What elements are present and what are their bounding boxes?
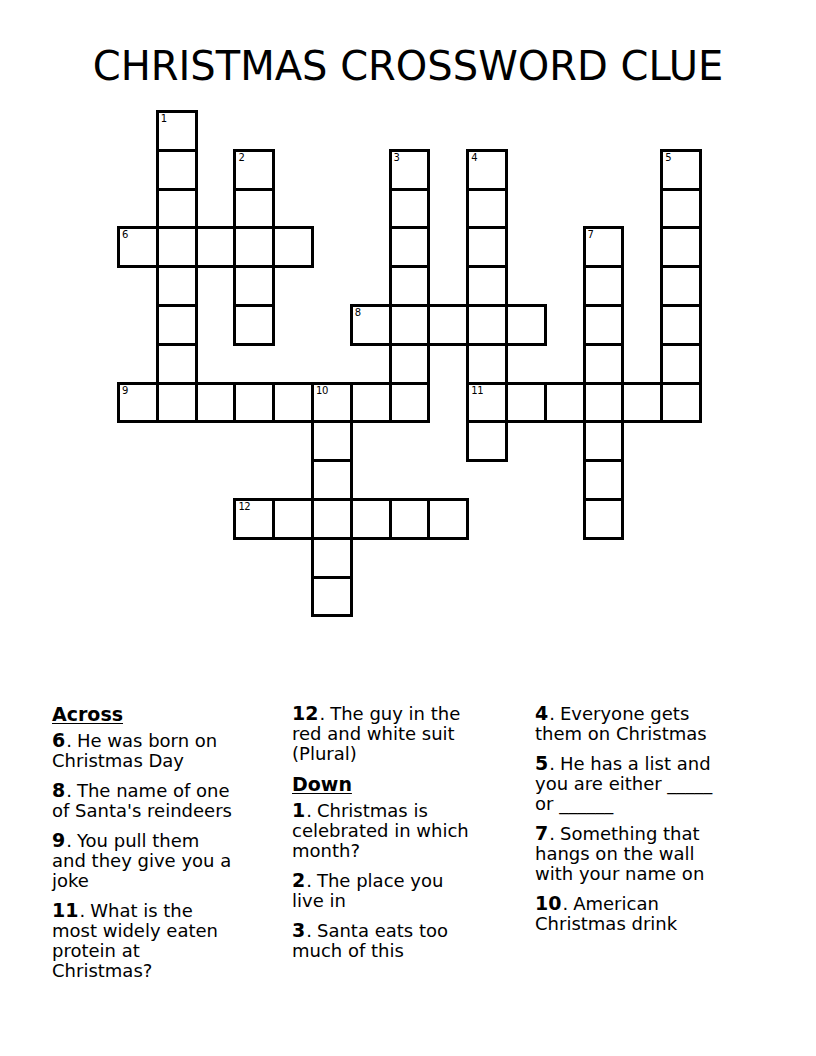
grid-cell-r4c14[interactable] <box>660 265 702 307</box>
clue-number-suffix: . <box>306 800 312 821</box>
grid-cell-r8c9[interactable] <box>466 420 508 462</box>
grid-cell-r3c3[interactable] <box>233 226 275 268</box>
cell-number-1: 1 <box>161 113 167 124</box>
crossword-grid: 123456789101112 <box>117 110 702 618</box>
clue-number: 5 <box>535 752 548 774</box>
clue-number-suffix: . <box>306 870 312 891</box>
grid-cell-r7c3[interactable] <box>233 382 275 424</box>
grid-cell-r7c7[interactable] <box>389 382 431 424</box>
clue-number-suffix: . <box>319 703 325 724</box>
grid-cell-r12c5[interactable] <box>311 576 353 618</box>
clue-text: The name of one of Santa's reindeers <box>52 780 232 821</box>
clue-number-suffix: . <box>549 823 555 844</box>
clue-text: He has a list and you are either _____ o… <box>535 753 712 814</box>
grid-cell-r10c5[interactable] <box>311 498 353 540</box>
clue-across-11: 11.What is the most widely eaten protein… <box>52 900 237 981</box>
clues-section: Across6.He was born on Christmas Day8.Th… <box>0 703 816 963</box>
clue-across-8: 8.The name of one of Santa's reindeers <box>52 780 237 821</box>
grid-cell-r10c12[interactable] <box>583 498 625 540</box>
clue-down-5: 5.He has a list and you are either _____… <box>535 753 720 814</box>
grid-cell-r7c2[interactable] <box>195 382 237 424</box>
grid-cell-r8c12[interactable] <box>583 420 625 462</box>
clue-down-3: 3.Santa eats too much of this <box>292 920 477 961</box>
cell-number-11: 11 <box>471 385 483 396</box>
clue-number-suffix: . <box>306 920 312 941</box>
grid-cell-r10c4[interactable] <box>272 498 314 540</box>
grid-cell-r7c4[interactable] <box>272 382 314 424</box>
grid-cell-r3c2[interactable] <box>195 226 237 268</box>
clue-number: 11 <box>52 899 78 921</box>
clue-number-suffix: . <box>549 753 555 774</box>
grid-cell-r7c13[interactable] <box>621 382 663 424</box>
grid-cell-r5c6[interactable]: 8 <box>350 304 392 346</box>
grid-cell-r10c3[interactable]: 12 <box>233 498 275 540</box>
clue-down-2: 2.The place you live in <box>292 870 477 911</box>
clue-text: Everyone gets them on Christmas <box>535 703 707 744</box>
grid-cell-r6c7[interactable] <box>389 343 431 385</box>
grid-cell-r4c12[interactable] <box>583 265 625 307</box>
grid-cell-r2c3[interactable] <box>233 188 275 230</box>
clue-down-7: 7.Something that hangs on the wall with … <box>535 823 720 884</box>
grid-cell-r5c14[interactable] <box>660 304 702 346</box>
cell-number-4: 4 <box>471 152 477 163</box>
grid-cell-r6c12[interactable] <box>583 343 625 385</box>
grid-cell-r1c14[interactable]: 5 <box>660 149 702 191</box>
clue-number: 9 <box>52 829 65 851</box>
clue-column-2: 12.The guy in the red and white suit (Pl… <box>292 703 477 970</box>
grid-cell-r7c5[interactable]: 10 <box>311 382 353 424</box>
grid-cell-r2c1[interactable] <box>156 188 198 230</box>
down-heading: Down <box>292 773 477 796</box>
grid-cell-r3c0[interactable]: 6 <box>117 226 159 268</box>
clue-number: 7 <box>535 822 548 844</box>
grid-cell-r2c14[interactable] <box>660 188 702 230</box>
grid-cell-r10c7[interactable] <box>389 498 431 540</box>
grid-cell-r8c5[interactable] <box>311 420 353 462</box>
grid-cell-r7c6[interactable] <box>350 382 392 424</box>
grid-cell-r1c9[interactable]: 4 <box>466 149 508 191</box>
grid-cell-r9c5[interactable] <box>311 459 353 501</box>
grid-cell-r3c4[interactable] <box>272 226 314 268</box>
grid-cell-r6c1[interactable] <box>156 343 198 385</box>
clue-number: 1 <box>292 799 305 821</box>
grid-cell-r4c3[interactable] <box>233 265 275 307</box>
grid-cell-r5c7[interactable] <box>389 304 431 346</box>
grid-cell-r6c9[interactable] <box>466 343 508 385</box>
cell-number-5: 5 <box>665 152 671 163</box>
clue-down-4: 4.Everyone gets them on Christmas <box>535 703 720 744</box>
grid-cell-r1c7[interactable]: 3 <box>389 149 431 191</box>
clue-number-suffix: . <box>562 893 568 914</box>
clue-text: Christmas is celebrated in which month? <box>292 800 469 861</box>
grid-cell-r10c6[interactable] <box>350 498 392 540</box>
grid-cell-r4c1[interactable] <box>156 265 198 307</box>
grid-cell-r5c3[interactable] <box>233 304 275 346</box>
grid-cell-r3c12[interactable]: 7 <box>583 226 625 268</box>
grid-cell-r0c1[interactable]: 1 <box>156 110 198 152</box>
grid-cell-r5c10[interactable] <box>505 304 547 346</box>
grid-cell-r7c14[interactable] <box>660 382 702 424</box>
clue-number: 10 <box>535 892 561 914</box>
clue-number: 4 <box>535 702 548 724</box>
clue-number-suffix: . <box>66 730 72 751</box>
grid-cell-r7c12[interactable] <box>583 382 625 424</box>
cell-number-12: 12 <box>238 501 250 512</box>
grid-cell-r6c14[interactable] <box>660 343 702 385</box>
grid-cell-r4c7[interactable] <box>389 265 431 307</box>
clue-number-suffix: . <box>79 900 85 921</box>
clue-column-1: Across6.He was born on Christmas Day8.Th… <box>52 703 237 990</box>
clue-across-9: 9.You pull them and they give you a joke <box>52 830 237 891</box>
grid-cell-r7c10[interactable] <box>505 382 547 424</box>
grid-cell-r3c9[interactable] <box>466 226 508 268</box>
cell-number-2: 2 <box>238 152 244 163</box>
grid-cell-r9c12[interactable] <box>583 459 625 501</box>
clue-across-12: 12.The guy in the red and white suit (Pl… <box>292 703 477 764</box>
clue-number-suffix: . <box>549 703 555 724</box>
cell-number-10: 10 <box>316 385 328 396</box>
page: CHRISTMAS CROSSWORD CLUE 123456789101112… <box>0 0 816 1056</box>
grid-cell-r1c1[interactable] <box>156 149 198 191</box>
clue-down-10: 10.American Christmas drink <box>535 893 720 934</box>
across-heading: Across <box>52 703 237 726</box>
grid-cell-r2c9[interactable] <box>466 188 508 230</box>
grid-cell-r7c9[interactable]: 11 <box>466 382 508 424</box>
clue-text: The place you live in <box>292 870 443 911</box>
grid-cell-r11c5[interactable] <box>311 537 353 579</box>
grid-cell-r7c11[interactable] <box>544 382 586 424</box>
clue-number-suffix: . <box>66 780 72 801</box>
grid-cell-r5c8[interactable] <box>427 304 469 346</box>
clue-number: 8 <box>52 779 65 801</box>
grid-cell-r3c14[interactable] <box>660 226 702 268</box>
grid-cell-r3c7[interactable] <box>389 226 431 268</box>
clue-across-6: 6.He was born on Christmas Day <box>52 730 237 771</box>
clue-text: He was born on Christmas Day <box>52 730 217 771</box>
grid-cell-r7c0[interactable]: 9 <box>117 382 159 424</box>
grid-cell-r7c1[interactable] <box>156 382 198 424</box>
clue-text: Santa eats too much of this <box>292 920 448 961</box>
grid-cell-r1c3[interactable]: 2 <box>233 149 275 191</box>
clue-down-1: 1.Christmas is celebrated in which month… <box>292 800 477 861</box>
cell-number-9: 9 <box>122 385 128 396</box>
grid-cell-r10c8[interactable] <box>427 498 469 540</box>
clue-column-3: 4.Everyone gets them on Christmas5.He ha… <box>535 703 720 943</box>
clue-number: 12 <box>292 702 318 724</box>
clue-text: Something that hangs on the wall with yo… <box>535 823 704 884</box>
cell-number-7: 7 <box>588 229 594 240</box>
clue-text: You pull them and they give you a joke <box>52 830 231 891</box>
cell-number-6: 6 <box>122 229 128 240</box>
grid-cell-r4c9[interactable] <box>466 265 508 307</box>
page-title: CHRISTMAS CROSSWORD CLUE <box>0 40 816 92</box>
grid-cell-r3c1[interactable] <box>156 226 198 268</box>
clue-number: 6 <box>52 729 65 751</box>
grid-cell-r5c9[interactable] <box>466 304 508 346</box>
cell-number-8: 8 <box>355 307 361 318</box>
grid-cell-r2c7[interactable] <box>389 188 431 230</box>
grid-cell-r5c1[interactable] <box>156 304 198 346</box>
clue-number: 2 <box>292 869 305 891</box>
clue-number: 3 <box>292 919 305 941</box>
grid-cell-r5c12[interactable] <box>583 304 625 346</box>
clue-number-suffix: . <box>66 830 72 851</box>
cell-number-3: 3 <box>394 152 400 163</box>
